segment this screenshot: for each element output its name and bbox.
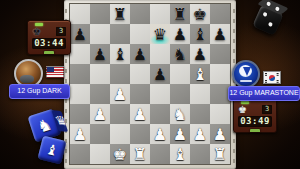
square-f6[interactable]: ♞ [170,44,190,64]
white-pawn: ♟ [110,84,130,104]
square-g7[interactable]: ♝ [190,24,210,44]
square-e5[interactable]: ♟ [150,64,170,84]
square-a6[interactable] [70,44,90,64]
square-b3[interactable]: ♟ [90,104,110,124]
south-korea-flag-icon [263,71,281,84]
chess-board[interactable]: ♜♜♚♟♛♟♝♟♟♝♟♞♟♟♝♟♟♟♞♟♟♟♟♟♚♜♝♜ [70,4,230,164]
black-pawn: ♟ [130,44,150,64]
square-a2[interactable]: ♟ [70,124,90,144]
square-g2[interactable]: ♟ [190,124,210,144]
black-king: ♚ [190,4,210,24]
square-h3[interactable] [210,104,230,124]
black-pawn: ♟ [90,44,110,64]
square-d2[interactable] [130,124,150,144]
black-rook: ♜ [170,4,190,24]
square-e3[interactable] [150,104,170,124]
white-player-clock: ♚ 3 03:49 [233,98,277,133]
clock-press-button[interactable] [250,129,260,132]
square-d7[interactable] [130,24,150,44]
square-d1[interactable]: ♜ [130,144,150,164]
square-f2[interactable]: ♟ [170,124,190,144]
square-g4[interactable] [190,84,210,104]
square-a4[interactable] [70,84,90,104]
white-bishop: ♝ [170,144,190,164]
square-g6[interactable]: ♟ [190,44,210,64]
square-c5[interactable] [110,64,130,84]
square-f1[interactable]: ♝ [170,144,190,164]
square-e2[interactable]: ♟ [150,124,170,144]
square-h5[interactable] [210,64,230,84]
black-pip-die [252,4,284,36]
black-pawn: ♟ [170,24,190,44]
square-b1[interactable] [90,144,110,164]
square-h6[interactable] [210,44,230,64]
white-pawn: ♟ [170,124,190,144]
die-pip [268,22,273,27]
black-king-icon: ♚ [32,27,41,37]
white-bishop: ♝ [190,64,210,84]
square-d3[interactable]: ♟ [130,104,150,124]
square-c3[interactable] [110,104,130,124]
white-pawn: ♟ [90,104,110,124]
square-d5[interactable] [130,64,150,84]
white-pawn: ♟ [210,124,230,144]
black-pawn: ♟ [150,64,170,84]
square-g3[interactable] [190,104,210,124]
white-pawn: ♟ [190,124,210,144]
square-h1[interactable]: ♜ [210,144,230,164]
square-c6[interactable]: ♝ [110,44,130,64]
square-b8[interactable] [90,4,110,24]
square-f7[interactable]: ♟ [170,24,190,44]
white-player-name-badge: 12 Gup MARASTONE [228,86,300,101]
white-pawn: ♟ [130,104,150,124]
square-e1[interactable] [150,144,170,164]
black-pawn: ♟ [70,24,90,44]
white-rook: ♜ [130,144,150,164]
white-knight: ♞ [170,104,190,124]
square-b2[interactable] [90,124,110,144]
white-rook: ♜ [210,144,230,164]
chess-board-frame: ♜♜♚♟♛♟♝♟♟♝♟♞♟♟♝♟♟♟♞♟♟♟♟♟♚♜♝♜ [64,0,236,169]
square-d4[interactable] [130,84,150,104]
die-top-face [257,0,289,15]
square-d8[interactable] [130,4,150,24]
square-a3[interactable] [70,104,90,124]
white-king-icon: ♚ [238,105,247,115]
black-queen: ♛ [150,24,170,44]
black-bishop: ♝ [110,44,130,64]
black-player-name-badge: 12 Gup DARK [9,84,70,99]
square-b4[interactable] [90,84,110,104]
square-h8[interactable] [210,4,230,24]
square-g8[interactable]: ♚ [190,4,210,24]
square-e7[interactable]: ♛ [150,24,170,44]
black-pawn: ♟ [190,44,210,64]
white-time-display: 03:49 [238,116,272,127]
square-f8[interactable]: ♜ [170,4,190,24]
square-c2[interactable] [110,124,130,144]
square-b5[interactable] [90,64,110,84]
square-a5[interactable] [70,64,90,84]
square-d6[interactable]: ♟ [130,44,150,64]
blue-piece-die-bishop: ♝ [37,135,66,164]
clock-press-button[interactable] [44,51,54,54]
white-pawn: ♟ [70,124,90,144]
black-pawn: ♟ [210,24,230,44]
square-f5[interactable] [170,64,190,84]
square-e8[interactable] [150,4,170,24]
square-c8[interactable]: ♜ [110,4,130,24]
square-e4[interactable] [150,84,170,104]
square-c1[interactable]: ♚ [110,144,130,164]
square-a1[interactable] [70,144,90,164]
square-g1[interactable] [190,144,210,164]
bishop-die-face-icon: ♝ [37,135,66,164]
white-player-avatar [232,60,260,88]
die-pip [262,12,267,17]
square-b6[interactable]: ♟ [90,44,110,64]
app-background: ♜♜♚♟♛♟♝♟♟♝♟♞♟♟♝♟♟♟♞♟♟♟♟♟♚♜♝♜ ♚ 3 03:44 ♚… [0,0,300,169]
square-h2[interactable]: ♟ [210,124,230,144]
black-player-clock: ♚ 3 03:44 [27,20,71,55]
square-a7[interactable]: ♟ [70,24,90,44]
square-f3[interactable]: ♞ [170,104,190,124]
square-f4[interactable] [170,84,190,104]
square-b7[interactable] [90,24,110,44]
square-h4[interactable] [210,84,230,104]
black-rook: ♜ [110,4,130,24]
square-e6[interactable] [150,44,170,64]
square-h7[interactable]: ♟ [210,24,230,44]
square-c4[interactable]: ♟ [110,84,130,104]
black-bishop: ♝ [190,24,210,44]
black-time-display: 03:44 [32,38,66,49]
black-counter-display: 3 [56,27,66,36]
us-flag-icon [46,66,64,78]
white-king: ♚ [110,144,130,164]
white-counter-display: 3 [262,105,272,114]
white-pawn: ♟ [150,124,170,144]
square-c7[interactable] [110,24,130,44]
square-a8[interactable] [70,4,90,24]
black-knight: ♞ [170,44,190,64]
square-g5[interactable]: ♝ [190,64,210,84]
